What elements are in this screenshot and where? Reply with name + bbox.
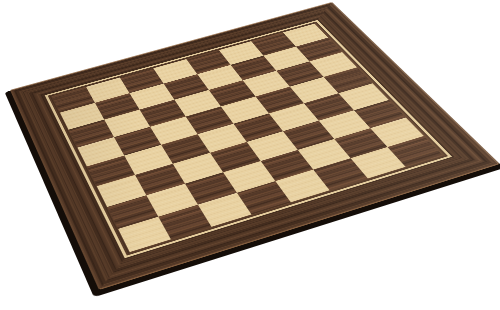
product-photo-background [0,0,500,310]
chessboard [10,2,500,290]
board-frame [10,2,500,290]
